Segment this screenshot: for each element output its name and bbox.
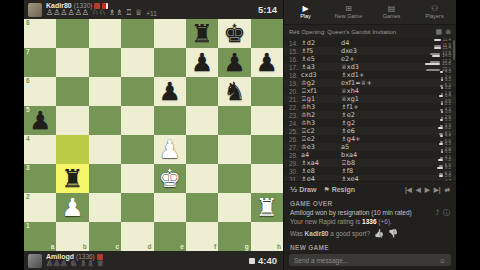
black-move[interactable]: ♖b8	[341, 159, 387, 167]
square-f5[interactable]	[186, 106, 218, 135]
thumbs-up-icon[interactable]: 👍	[374, 229, 384, 240]
play-icon: ▶	[302, 5, 308, 13]
tab-new-game[interactable]: ⊞New Game	[327, 0, 370, 24]
chat-placeholder: Send a message...	[294, 257, 435, 264]
square-h7[interactable]: ♟	[251, 48, 283, 77]
rank-label: 7	[26, 49, 30, 56]
square-h2[interactable]: ♜	[251, 193, 283, 222]
white-piece-b2[interactable]: ♟	[56, 193, 88, 222]
chess-board[interactable]: 8♜♚7♟♟♟6♟♞5♟4♟3♜♚2♟♜1abcdefgh	[24, 19, 283, 251]
square-a7[interactable]: 7	[24, 48, 56, 77]
square-f3[interactable]	[186, 164, 218, 193]
rank-label: 1	[26, 223, 30, 230]
move-number: 23.	[289, 112, 301, 119]
white-move[interactable]: cxd3	[301, 71, 341, 79]
square-h3[interactable]	[251, 164, 283, 193]
square-h6[interactable]	[251, 77, 283, 106]
square-e2[interactable]	[154, 193, 186, 222]
square-f1[interactable]: f	[186, 222, 218, 251]
games-icon: ▤	[388, 5, 396, 13]
draw-button[interactable]: ½ Draw	[290, 186, 316, 194]
white-move[interactable]: ♗xa4	[301, 159, 341, 167]
square-f8[interactable]: ♜	[186, 19, 218, 48]
square-f7[interactable]: ♟	[186, 48, 218, 77]
tab-label: New Game	[335, 14, 363, 20]
file-label: h	[277, 244, 281, 251]
tab-games[interactable]: ▤Games	[370, 0, 413, 24]
black-piece-f8[interactable]: ♜	[186, 19, 218, 48]
draw-half-icon: ½	[290, 186, 297, 194]
square-f6[interactable]	[186, 77, 218, 106]
move-number: 30.	[289, 168, 301, 175]
black-move[interactable]: ♗f1+	[341, 103, 387, 111]
black-move[interactable]: ♗g4+	[341, 135, 387, 143]
move-number: 31.	[289, 176, 301, 182]
tab-players[interactable]: ⚇Players	[413, 0, 456, 24]
square-f2[interactable]	[186, 193, 218, 222]
top-material-advantage: +11	[146, 10, 157, 17]
move-number: 27.	[289, 144, 301, 151]
black-move[interactable]: ♗g2	[341, 119, 387, 127]
side-panel: ▶Play⊞New Game▤Games⚇Players Réti Openin…	[283, 0, 456, 270]
top-player-avatar[interactable]	[28, 3, 42, 17]
square-d7[interactable]	[121, 48, 153, 77]
game-over-title: GAME OVER	[290, 200, 450, 209]
new-game-icon: ⊞	[345, 5, 352, 13]
tab-label: Play	[300, 14, 311, 20]
square-d4[interactable]	[121, 135, 153, 164]
rank-label: 6	[26, 78, 30, 85]
square-h4[interactable]	[251, 135, 283, 164]
white-move[interactable]: ♔g2	[301, 79, 341, 87]
white-move[interactable]: ♗e4	[301, 175, 341, 181]
file-label: g	[245, 244, 249, 251]
square-f4[interactable]	[186, 135, 218, 164]
square-g6[interactable]: ♞	[218, 77, 250, 106]
square-g1[interactable]: g	[218, 222, 250, 251]
file-label: f	[214, 244, 216, 251]
flip-board-icon[interactable]: ⇄	[445, 186, 450, 194]
move-number: 26.	[289, 136, 301, 143]
move-row-22: 22.♔h3♗f1+2.14.2	[284, 103, 456, 111]
square-h1[interactable]: h	[251, 222, 283, 251]
black-move[interactable]: ♗f8	[341, 167, 387, 175]
move-number: 24.	[289, 120, 301, 127]
new-rating-text: Your new Rapid rating is 1336 (+6).	[290, 218, 450, 227]
white-move[interactable]: ♗e5	[301, 55, 341, 63]
square-d3[interactable]	[121, 164, 153, 193]
game-over-section: GAME OVER Amilogd won by resignation (10…	[284, 197, 456, 242]
opening-name: Réti Opening: Queen's Gambit Invitation	[289, 29, 433, 35]
rank-label: 8	[26, 20, 30, 27]
square-a2[interactable]: 2	[24, 193, 56, 222]
share-icon[interactable]: ⤴	[436, 209, 440, 218]
move-row-20: 20.♖xf1♕xh42.21.8	[284, 87, 456, 95]
square-b6[interactable]	[56, 77, 88, 106]
square-a4[interactable]: 4	[24, 135, 56, 164]
white-move[interactable]: a4	[301, 151, 341, 159]
square-e4[interactable]: ♟	[154, 135, 186, 164]
white-move[interactable]: ♔h3	[301, 119, 341, 127]
square-c3[interactable]	[89, 164, 121, 193]
move-row-18: 18.cxd3♗xd1+4.32.4	[284, 71, 456, 79]
resign-flag-icon: ⚑	[323, 186, 329, 194]
square-c8[interactable]	[89, 19, 121, 48]
game-result-text: Amilogd won by resignation (10 min rated…	[290, 209, 436, 218]
white-move[interactable]: ♖xf1	[301, 87, 341, 95]
move-number: 14.	[289, 40, 301, 47]
board-column: Kadir80 (1330) ♙♙♙♙♙♙ ♘♘ ♗♗ ♖ ♕ +11 5:14…	[24, 0, 283, 270]
opening-bar: Réti Opening: Queen's Gambit Invitation …	[284, 25, 456, 38]
tab-label: Games	[383, 14, 401, 20]
bottom-player-clock: 4:40	[249, 255, 279, 266]
square-b1[interactable]: b	[56, 222, 88, 251]
scrollbar[interactable]	[453, 40, 455, 60]
jump-start-icon[interactable]: |◀	[405, 186, 412, 194]
square-d2[interactable]	[121, 193, 153, 222]
square-e7[interactable]	[154, 48, 186, 77]
file-label: a	[51, 244, 55, 251]
black-piece-g8[interactable]: ♚	[218, 19, 250, 48]
tab-label: Players	[425, 14, 443, 20]
black-move[interactable]: ♗xd1+	[341, 71, 387, 79]
sportsmanship-row: Was Kadir80 a good sport? 👍 👎	[290, 229, 450, 240]
square-g2[interactable]	[218, 193, 250, 222]
square-b4[interactable]	[56, 135, 88, 164]
black-piece-a5[interactable]: ♟	[24, 106, 56, 135]
black-move[interactable]: ♗e6	[341, 127, 387, 135]
game-controls: ½ Draw ⚑ Resign |◀◀▶▶|⇄	[284, 181, 456, 197]
panel-tabs: ▶Play⊞New Game▤Games⚇Players	[284, 0, 456, 25]
black-piece-b3[interactable]: ♜	[56, 164, 88, 193]
white-move[interactable]: ♖e2	[301, 135, 341, 143]
black-move[interactable]: ♕xh4	[341, 87, 387, 95]
black-move[interactable]: ♕xd3	[341, 63, 387, 71]
white-move[interactable]: ♗d2	[301, 39, 341, 47]
bottom-player-bar: Amilogd (1336) ♟♟♟ ♞ ♝♝ ♛ 4:40	[24, 251, 283, 270]
file-label: e	[180, 244, 184, 251]
square-d5[interactable]	[121, 106, 153, 135]
move-nav-controls: |◀◀▶▶|⇄	[405, 186, 450, 194]
square-g7[interactable]: ♟	[218, 48, 250, 77]
move-row-29: 29.♗xa4♖b87.25.6	[284, 159, 456, 167]
square-e3[interactable]: ♚	[154, 164, 186, 193]
forward-icon[interactable]: ▶	[425, 186, 430, 194]
move-number: 16.	[289, 56, 301, 63]
square-b7[interactable]	[56, 48, 88, 77]
back-icon[interactable]: ◀	[416, 186, 421, 194]
emoji-icon[interactable]: ☺	[439, 257, 446, 264]
close-icon[interactable]: ⊗	[445, 28, 451, 36]
resign-button[interactable]: ⚑ Resign	[323, 186, 355, 194]
move-row-21: 21.♖g1♕xg16.43.5	[284, 95, 456, 103]
square-c6[interactable]	[89, 77, 121, 106]
square-c1[interactable]: c	[89, 222, 121, 251]
tab-play[interactable]: ▶Play	[284, 0, 327, 24]
square-g5[interactable]	[218, 106, 250, 135]
black-move[interactable]: ♗xe4	[341, 175, 387, 181]
square-e8[interactable]	[154, 19, 186, 48]
app-window: Kadir80 (1330) ♙♙♙♙♙♙ ♘♘ ♗♗ ♖ ♕ +11 5:14…	[0, 0, 480, 270]
square-b3[interactable]: ♜	[56, 164, 88, 193]
square-c2[interactable]	[89, 193, 121, 222]
square-a3[interactable]: 3	[24, 164, 56, 193]
square-e1[interactable]: e	[154, 222, 186, 251]
black-piece-g7[interactable]: ♟	[218, 48, 250, 77]
move-row-27: 27.♔e3a56.32.8	[284, 143, 456, 151]
white-move[interactable]: ♔e3	[301, 143, 341, 151]
top-player-clock: 5:14	[258, 4, 279, 15]
black-piece-e6[interactable]: ♟	[154, 77, 186, 106]
square-c4[interactable]	[89, 135, 121, 164]
move-row-23: 23.♔h2♗e23.32.6	[284, 111, 456, 119]
black-piece-h7[interactable]: ♟	[251, 48, 283, 77]
new-game-title: NEW GAME	[284, 242, 456, 252]
square-a8[interactable]: 8	[24, 19, 56, 48]
info-icon[interactable]: ⓘ	[443, 209, 450, 218]
move-number: 19.	[289, 80, 301, 87]
bottom-player-avatar[interactable]	[28, 254, 42, 268]
rank-label: 2	[26, 194, 30, 201]
move-row-28: 28.a4bxa43.54.1	[284, 151, 456, 159]
file-label: c	[116, 244, 120, 251]
white-piece-h2[interactable]: ♜	[251, 193, 283, 222]
square-g4[interactable]	[218, 135, 250, 164]
move-number: 22.	[289, 104, 301, 111]
move-number: 25.	[289, 128, 301, 135]
white-move[interactable]: ♗a3	[301, 63, 341, 71]
square-b2[interactable]: ♟	[56, 193, 88, 222]
white-piece-e3[interactable]: ♚	[154, 164, 186, 193]
move-number: 28.	[289, 152, 301, 159]
black-piece-g6[interactable]: ♞	[218, 77, 250, 106]
top-captured-pieces: ♙♙♙♙♙♙ ♘♘ ♗♗ ♖ ♕	[46, 9, 142, 17]
black-move[interactable]: dxe3	[341, 47, 387, 55]
black-move[interactable]: a5	[341, 143, 387, 151]
move-row-17: 17.♗a3♕xd325.023.1	[284, 63, 456, 71]
white-move[interactable]: ♗f5	[301, 47, 341, 55]
black-move[interactable]: ♗e2	[341, 111, 387, 119]
top-player-bar: Kadir80 (1330) ♙♙♙♙♙♙ ♘♘ ♗♗ ♖ ♕ +11 5:14	[24, 0, 283, 19]
jump-end-icon[interactable]: ▶|	[434, 186, 441, 194]
bottom-captured-pieces: ♟♟♟ ♞ ♝♝ ♛	[46, 260, 104, 268]
clock-icon	[249, 258, 255, 264]
square-e6[interactable]: ♟	[154, 77, 186, 106]
move-row-31: 31.♗e4♗xe45.84.7	[284, 175, 456, 181]
square-g8[interactable]: ♚	[218, 19, 250, 48]
thumbs-down-icon[interactable]: 👎	[388, 229, 398, 240]
rank-label: 4	[26, 136, 30, 143]
move-row-24: 24.♔h3♗g25.13.9	[284, 119, 456, 127]
black-move[interactable]: exf1=♕+	[341, 79, 387, 87]
black-move[interactable]: e2+	[341, 55, 387, 63]
black-piece-f7[interactable]: ♟	[186, 48, 218, 77]
move-number: 15.	[289, 48, 301, 55]
square-g3[interactable]	[218, 164, 250, 193]
move-number: 18.	[289, 72, 301, 79]
white-move[interactable]: ♖g1	[301, 95, 341, 103]
move-number: 20.	[289, 88, 301, 95]
square-d8[interactable]	[121, 19, 153, 48]
move-row-25: 25.♖c2♗e68.26.1	[284, 127, 456, 135]
black-move[interactable]: ♕xg1	[341, 95, 387, 103]
square-h5[interactable]	[251, 106, 283, 135]
square-e5[interactable]	[154, 106, 186, 135]
white-move[interactable]: ♗e8	[301, 167, 341, 175]
players-icon: ⚇	[431, 5, 438, 13]
move-list: 14.♗d2d411.411.515.♗f5dxe311.417.516.♗e5…	[284, 38, 456, 181]
openings-book-icon[interactable]: ▦	[436, 28, 443, 36]
chat-input[interactable]: Send a message... ☺	[289, 254, 451, 266]
square-d1[interactable]: d	[121, 222, 153, 251]
file-label: b	[83, 244, 87, 251]
white-move[interactable]: ♔h2	[301, 111, 341, 119]
square-c5[interactable]	[89, 106, 121, 135]
move-number: 21.	[289, 96, 301, 103]
rank-label: 3	[26, 165, 30, 172]
file-label: d	[148, 244, 152, 251]
square-a6[interactable]: 6	[24, 77, 56, 106]
move-row-26: 26.♖e2♗g4+4.45.0	[284, 135, 456, 143]
black-move[interactable]: d4	[341, 39, 387, 47]
square-b8[interactable]	[56, 19, 88, 48]
white-piece-e4[interactable]: ♟	[154, 135, 186, 164]
white-move[interactable]: ♖c2	[301, 127, 341, 135]
move-number: 29.	[289, 160, 301, 167]
move-number: 17.	[289, 64, 301, 71]
square-c7[interactable]	[89, 48, 121, 77]
square-a1[interactable]: 1a	[24, 222, 56, 251]
square-h8[interactable]	[251, 19, 283, 48]
move-row-30: 30.♗e8♗f89.16.3	[284, 167, 456, 175]
square-d6[interactable]	[121, 77, 153, 106]
black-move[interactable]: bxa4	[341, 151, 387, 159]
square-a5[interactable]: 5♟	[24, 106, 56, 135]
white-move[interactable]: ♔h3	[301, 103, 341, 111]
move-row-19: 19.♔g2exf1=♕+3.15.2	[284, 79, 456, 87]
square-b5[interactable]	[56, 106, 88, 135]
